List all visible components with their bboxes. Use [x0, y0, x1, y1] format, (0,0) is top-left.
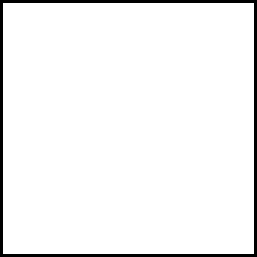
- chess-diagram: [0, 0, 257, 257]
- chess-board: [3, 3, 254, 254]
